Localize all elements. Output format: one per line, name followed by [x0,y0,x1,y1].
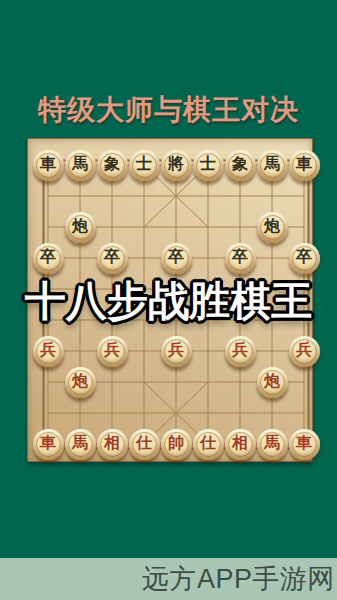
board-point: 卒 [96,243,128,274]
piece-black-soldier[interactable]: 卒 [33,243,64,274]
piece-black-advisor[interactable]: 士 [129,150,160,181]
piece-black-chariot[interactable]: 車 [289,150,320,181]
piece-red-advisor[interactable]: 仕 [129,429,160,460]
piece-black-soldier[interactable]: 卒 [97,243,128,274]
board-point [192,243,224,274]
piece-glyph: 卒 [296,249,312,265]
board-point: 車 [32,150,64,181]
board-point: 相 [224,429,256,460]
piece-glyph: 車 [40,435,56,451]
board-point: 仕 [128,429,160,460]
board-point: 兵 [224,336,256,367]
board-point [160,181,192,212]
piece-glyph: 炮 [264,373,280,389]
board-point [32,367,64,398]
board-point [256,181,288,212]
piece-black-horse[interactable]: 馬 [257,150,288,181]
piece-glyph: 卒 [104,249,120,265]
board-point: 炮 [64,367,96,398]
piece-glyph: 兵 [40,342,56,358]
board-point [192,367,224,398]
board-point: 兵 [160,336,192,367]
piece-red-horse[interactable]: 馬 [257,429,288,460]
board-point: 馬 [64,429,96,460]
piece-glyph: 象 [104,156,120,172]
piece-red-cannon[interactable]: 炮 [65,367,96,398]
board-point [256,398,288,429]
board-point [32,398,64,429]
board-point: 兵 [32,336,64,367]
page-title: 特级大师与棋王对决 [0,91,337,129]
piece-glyph: 卒 [40,249,56,265]
piece-red-elephant[interactable]: 相 [225,429,256,460]
board-point: 象 [224,150,256,181]
piece-glyph: 馬 [72,156,88,172]
board-point [224,398,256,429]
board-point: 士 [128,150,160,181]
piece-red-soldier[interactable]: 兵 [97,336,128,367]
board-point [64,336,96,367]
board-point: 馬 [64,150,96,181]
board-point [32,212,64,243]
piece-glyph: 仕 [136,435,152,451]
watermark-text: 远方APP手游网 [142,561,337,597]
piece-red-cannon[interactable]: 炮 [257,367,288,398]
piece-red-soldier[interactable]: 兵 [289,336,320,367]
board-point [288,212,320,243]
board-point: 炮 [64,212,96,243]
piece-glyph: 卒 [232,249,248,265]
board-point [128,243,160,274]
board-point [192,336,224,367]
board-point: 馬 [256,429,288,460]
board-point [128,336,160,367]
piece-glyph: 馬 [264,156,280,172]
board-point: 炮 [256,212,288,243]
piece-red-elephant[interactable]: 相 [97,429,128,460]
piece-glyph: 馬 [72,435,88,451]
piece-glyph: 士 [136,156,152,172]
board-point: 仕 [192,429,224,460]
piece-black-general[interactable]: 將 [161,150,192,181]
board-point [288,398,320,429]
board-point [64,398,96,429]
board-point: 車 [32,429,64,460]
piece-red-general[interactable]: 帥 [161,429,192,460]
piece-black-chariot[interactable]: 車 [33,150,64,181]
piece-glyph: 兵 [168,342,184,358]
piece-glyph: 馬 [264,435,280,451]
board-point [160,212,192,243]
watermark-bar: 远方APP手游网 [0,558,337,600]
piece-red-horse[interactable]: 馬 [65,429,96,460]
piece-red-soldier[interactable]: 兵 [33,336,64,367]
board-point: 將 [160,150,192,181]
board-point: 帥 [160,429,192,460]
board-point [224,367,256,398]
piece-black-cannon[interactable]: 炮 [257,212,288,243]
board-point [288,367,320,398]
piece-glyph: 仕 [200,435,216,451]
board-point: 相 [96,429,128,460]
page: 特级大师与棋王对决 車馬象士將士象馬車炮炮卒卒卒卒卒兵兵兵兵兵炮炮車馬相仕帥仕相… [0,0,337,600]
board-point: 卒 [224,243,256,274]
board-point [256,336,288,367]
piece-glyph: 兵 [232,342,248,358]
piece-glyph: 將 [168,156,184,172]
board-point [96,398,128,429]
board-point: 車 [288,429,320,460]
board-point [160,367,192,398]
piece-glyph: 象 [232,156,248,172]
piece-glyph: 車 [296,156,312,172]
board-point: 兵 [288,336,320,367]
board-point [64,243,96,274]
board-point: 兵 [96,336,128,367]
board-point [96,181,128,212]
piece-glyph: 相 [104,435,120,451]
board-point [96,212,128,243]
headline-banner: 十八步战胜棋王 [0,278,337,325]
piece-black-soldier[interactable]: 卒 [289,243,320,274]
piece-glyph: 士 [200,156,216,172]
board-point [192,398,224,429]
piece-red-chariot[interactable]: 車 [289,429,320,460]
board-point [160,398,192,429]
board-point [128,181,160,212]
board-point [128,367,160,398]
piece-black-advisor[interactable]: 士 [193,150,224,181]
board-point [128,398,160,429]
board-point [96,367,128,398]
piece-black-soldier[interactable]: 卒 [161,243,192,274]
board-point: 炮 [256,367,288,398]
piece-glyph: 車 [296,435,312,451]
piece-black-elephant[interactable]: 象 [97,150,128,181]
board-point [128,212,160,243]
board-point: 卒 [288,243,320,274]
piece-glyph: 卒 [168,249,184,265]
piece-glyph: 兵 [296,342,312,358]
piece-glyph: 兵 [104,342,120,358]
piece-red-soldier[interactable]: 兵 [161,336,192,367]
piece-red-chariot[interactable]: 車 [33,429,64,460]
board-point: 卒 [160,243,192,274]
board-point [64,181,96,212]
piece-glyph: 炮 [72,218,88,234]
board-point [224,212,256,243]
piece-red-soldier[interactable]: 兵 [225,336,256,367]
board-point: 馬 [256,150,288,181]
piece-black-elephant[interactable]: 象 [225,150,256,181]
piece-glyph: 帥 [168,435,184,451]
piece-black-soldier[interactable]: 卒 [225,243,256,274]
piece-glyph: 炮 [72,373,88,389]
board-point: 象 [96,150,128,181]
board-point [288,181,320,212]
board-point: 車 [288,150,320,181]
piece-black-horse[interactable]: 馬 [65,150,96,181]
board-point [192,181,224,212]
board-point [32,181,64,212]
board-point [256,243,288,274]
board-point: 卒 [32,243,64,274]
piece-glyph: 炮 [264,218,280,234]
board-point [224,181,256,212]
board-point [192,212,224,243]
piece-glyph: 車 [40,156,56,172]
board-point: 士 [192,150,224,181]
piece-glyph: 相 [232,435,248,451]
piece-red-advisor[interactable]: 仕 [193,429,224,460]
piece-black-cannon[interactable]: 炮 [65,212,96,243]
